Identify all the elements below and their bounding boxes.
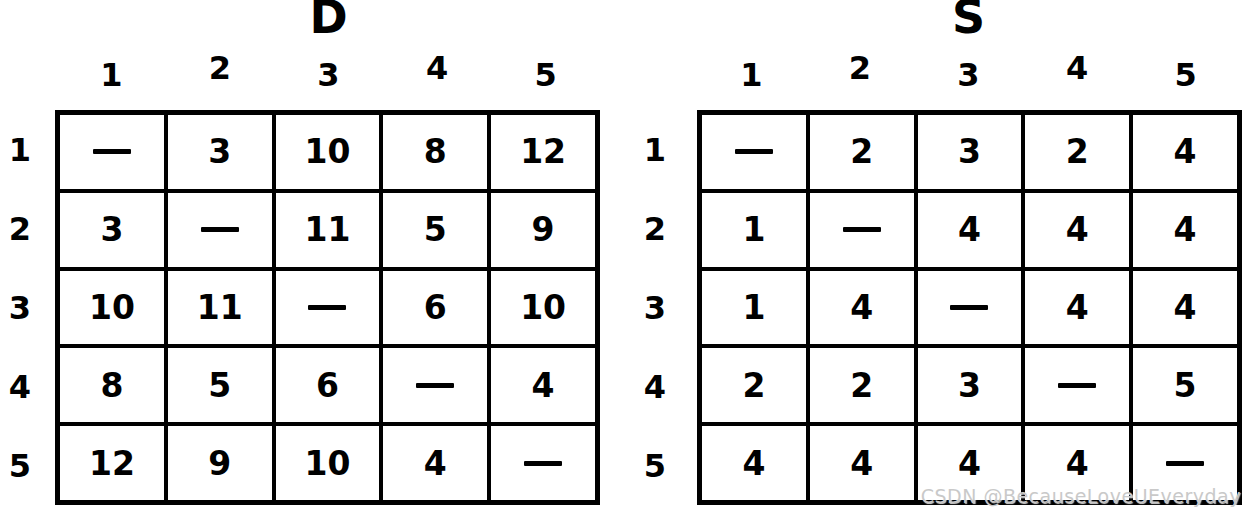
cell-r3c2: 4 bbox=[808, 269, 916, 347]
cell-r4c1: 2 bbox=[700, 346, 808, 424]
column-header-4: 4 bbox=[1023, 43, 1132, 103]
matrix-D-grid: 3108123115910116108564129104 bbox=[55, 110, 600, 505]
cell-r2c3: 11 bbox=[274, 191, 382, 269]
column-header-5: 5 bbox=[1131, 50, 1240, 110]
cell-r3c1: 1 bbox=[700, 269, 808, 347]
cell-r2c5: 4 bbox=[1131, 191, 1239, 269]
cell-r1c5: 4 bbox=[1131, 113, 1239, 191]
cell-r4c4 bbox=[381, 346, 489, 424]
cell-r3c1: 10 bbox=[58, 269, 166, 347]
matrix-S-grid: 23241444144422354444 bbox=[697, 110, 1242, 505]
column-header-2: 2 bbox=[806, 43, 915, 103]
cell-r2c4: 5 bbox=[381, 191, 489, 269]
column-header-5: 5 bbox=[491, 50, 600, 110]
matrix-D-row-labels: 12345 bbox=[0, 110, 40, 505]
cell-r2c2 bbox=[808, 191, 916, 269]
cell-r5c3: 10 bbox=[274, 424, 382, 502]
cell-r4c3: 3 bbox=[916, 346, 1024, 424]
column-header-3: 3 bbox=[274, 50, 383, 110]
cell-r1c1 bbox=[700, 113, 808, 191]
row-header-5: 5 bbox=[0, 426, 40, 505]
cell-r4c4 bbox=[1023, 346, 1131, 424]
cell-r2c2 bbox=[166, 191, 274, 269]
column-header-1: 1 bbox=[697, 50, 806, 110]
cell-r4c3: 6 bbox=[274, 346, 382, 424]
cell-r4c5: 4 bbox=[489, 346, 597, 424]
matrix-S-group: S 12345 12345 23241444144422354444 bbox=[620, 0, 1245, 519]
matrix-D-column-headers: 12345 bbox=[57, 50, 600, 110]
cell-r4c2: 5 bbox=[166, 346, 274, 424]
matrix-D-group: D 12345 12345 31081231159101161085641291… bbox=[0, 0, 620, 519]
matrix-D-title: D bbox=[57, 0, 600, 40]
row-header-2: 2 bbox=[0, 189, 40, 268]
cell-r1c1 bbox=[58, 113, 166, 191]
cell-r5c1: 4 bbox=[700, 424, 808, 502]
cell-r4c1: 8 bbox=[58, 346, 166, 424]
dash-icon bbox=[308, 305, 346, 310]
row-header-3: 3 bbox=[630, 268, 680, 347]
cell-r3c5: 4 bbox=[1131, 269, 1239, 347]
cell-r1c2: 2 bbox=[808, 113, 916, 191]
cell-r2c3: 4 bbox=[916, 191, 1024, 269]
dash-icon bbox=[843, 227, 881, 232]
cell-r3c4: 4 bbox=[1023, 269, 1131, 347]
cell-r2c4: 4 bbox=[1023, 191, 1131, 269]
dash-icon bbox=[950, 305, 988, 310]
dash-icon bbox=[201, 227, 239, 232]
column-header-1: 1 bbox=[57, 50, 166, 110]
dash-icon bbox=[524, 461, 562, 466]
cell-r4c2: 2 bbox=[808, 346, 916, 424]
cell-r1c2: 3 bbox=[166, 113, 274, 191]
cell-r5c2: 9 bbox=[166, 424, 274, 502]
cell-r5c1: 12 bbox=[58, 424, 166, 502]
cell-r1c3: 3 bbox=[916, 113, 1024, 191]
dash-icon bbox=[1166, 461, 1204, 466]
cell-r5c5 bbox=[489, 424, 597, 502]
cell-r1c5: 12 bbox=[489, 113, 597, 191]
dash-icon bbox=[1058, 383, 1096, 388]
cell-r3c3 bbox=[916, 269, 1024, 347]
row-header-1: 1 bbox=[0, 110, 40, 189]
cell-r3c5: 10 bbox=[489, 269, 597, 347]
row-header-4: 4 bbox=[0, 347, 40, 426]
cell-r3c2: 11 bbox=[166, 269, 274, 347]
cell-r2c1: 3 bbox=[58, 191, 166, 269]
matrix-S-column-headers: 12345 bbox=[697, 50, 1240, 110]
cell-r1c3: 10 bbox=[274, 113, 382, 191]
cell-r4c5: 5 bbox=[1131, 346, 1239, 424]
cell-r5c4: 4 bbox=[381, 424, 489, 502]
row-header-3: 3 bbox=[0, 268, 40, 347]
cell-r2c5: 9 bbox=[489, 191, 597, 269]
dash-icon bbox=[416, 383, 454, 388]
column-header-3: 3 bbox=[914, 50, 1023, 110]
matrix-S-row-labels: 12345 bbox=[630, 110, 680, 505]
cell-r3c4: 6 bbox=[381, 269, 489, 347]
row-header-1: 1 bbox=[630, 110, 680, 189]
column-header-4: 4 bbox=[383, 43, 492, 103]
cell-r2c1: 1 bbox=[700, 191, 808, 269]
watermark: CSDN @BecauseLoveUEveryday bbox=[921, 485, 1241, 507]
column-header-2: 2 bbox=[166, 43, 275, 103]
dash-icon bbox=[93, 149, 131, 154]
cell-r1c4: 8 bbox=[381, 113, 489, 191]
cell-r1c4: 2 bbox=[1023, 113, 1131, 191]
row-header-5: 5 bbox=[630, 426, 680, 505]
matrix-S-title: S bbox=[697, 0, 1240, 40]
figure-canvas: { "game": "floyd-warshall-distance-and-s… bbox=[0, 0, 1245, 519]
cell-r3c3 bbox=[274, 269, 382, 347]
row-header-2: 2 bbox=[630, 189, 680, 268]
cell-r5c2: 4 bbox=[808, 424, 916, 502]
dash-icon bbox=[735, 149, 773, 154]
row-header-4: 4 bbox=[630, 347, 680, 426]
